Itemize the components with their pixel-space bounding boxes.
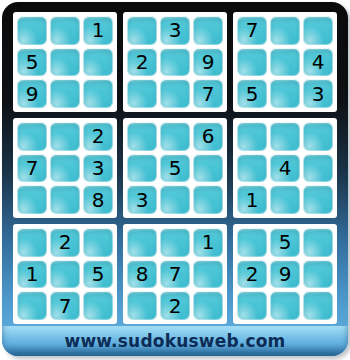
cell-r7c7[interactable] (237, 228, 267, 257)
cell-r2c9[interactable]: 4 (303, 48, 333, 77)
cell-r7c8[interactable]: 5 (270, 228, 300, 257)
cell-r5c7[interactable] (237, 154, 267, 183)
cell-r9c8[interactable] (270, 291, 300, 320)
cell-r6c1[interactable] (17, 185, 47, 214)
cell-r3c3[interactable] (83, 79, 113, 108)
cell-r4c8[interactable] (270, 122, 300, 151)
footer-bar: www.sudokusweb.com (2, 326, 348, 356)
cell-r3c2[interactable] (50, 79, 80, 108)
cell-r2c8[interactable] (270, 48, 300, 77)
cell-r4c4[interactable] (127, 122, 157, 151)
cell-r9c4[interactable] (127, 291, 157, 320)
cell-r9c9[interactable] (303, 291, 333, 320)
cell-r7c2[interactable]: 2 (50, 228, 80, 257)
cell-r2c1[interactable]: 5 (17, 48, 47, 77)
cell-r4c9[interactable] (303, 122, 333, 151)
cell-r8c9[interactable] (303, 260, 333, 289)
cell-r3c8[interactable] (270, 79, 300, 108)
cell-r8c8[interactable]: 9 (270, 260, 300, 289)
cell-r3c4[interactable] (127, 79, 157, 108)
cell-r1c6[interactable] (193, 16, 223, 45)
cell-r4c1[interactable] (17, 122, 47, 151)
cell-r4c3[interactable]: 2 (83, 122, 113, 151)
cell-r7c9[interactable] (303, 228, 333, 257)
sudoku-box-1-3: 7453 (233, 12, 337, 112)
cell-r2c7[interactable] (237, 48, 267, 77)
cell-r9c1[interactable] (17, 291, 47, 320)
cell-r7c1[interactable] (17, 228, 47, 257)
cell-r8c3[interactable]: 5 (83, 260, 113, 289)
cell-r9c7[interactable] (237, 291, 267, 320)
cell-r3c9[interactable]: 3 (303, 79, 333, 108)
cell-r3c5[interactable] (160, 79, 190, 108)
cell-r6c2[interactable] (50, 185, 80, 214)
cell-r5c1[interactable]: 7 (17, 154, 47, 183)
cell-r6c7[interactable]: 1 (237, 185, 267, 214)
cell-r6c6[interactable] (193, 185, 223, 214)
cell-r9c2[interactable]: 7 (50, 291, 80, 320)
sudoku-grid: 1593297745327386534121571872529 (13, 12, 337, 324)
sudoku-board-frame: 1593297745327386534121571872529 www.sudo… (2, 2, 348, 356)
cell-r7c4[interactable] (127, 228, 157, 257)
cell-r4c6[interactable]: 6 (193, 122, 223, 151)
cell-r3c1[interactable]: 9 (17, 79, 47, 108)
cell-r2c4[interactable]: 2 (127, 48, 157, 77)
cell-r1c3[interactable]: 1 (83, 16, 113, 45)
cell-r8c4[interactable]: 8 (127, 260, 157, 289)
cell-r9c6[interactable] (193, 291, 223, 320)
sudoku-box-1-2: 3297 (123, 12, 227, 112)
cell-r1c9[interactable] (303, 16, 333, 45)
cell-r4c2[interactable] (50, 122, 80, 151)
cell-r4c5[interactable] (160, 122, 190, 151)
cell-r7c3[interactable] (83, 228, 113, 257)
cell-r6c5[interactable] (160, 185, 190, 214)
cell-r5c6[interactable] (193, 154, 223, 183)
cell-r5c2[interactable] (50, 154, 80, 183)
sudoku-box-2-2: 653 (123, 118, 227, 218)
cell-r2c6[interactable]: 9 (193, 48, 223, 77)
cell-r2c5[interactable] (160, 48, 190, 77)
cell-r1c7[interactable]: 7 (237, 16, 267, 45)
cell-r9c5[interactable]: 2 (160, 291, 190, 320)
cell-r6c8[interactable] (270, 185, 300, 214)
cell-r6c3[interactable]: 8 (83, 185, 113, 214)
cell-r8c2[interactable] (50, 260, 80, 289)
cell-r7c6[interactable]: 1 (193, 228, 223, 257)
cell-r3c7[interactable]: 5 (237, 79, 267, 108)
cell-r1c4[interactable] (127, 16, 157, 45)
sudoku-box-3-2: 1872 (123, 224, 227, 324)
cell-r2c2[interactable] (50, 48, 80, 77)
cell-r5c9[interactable] (303, 154, 333, 183)
cell-r6c9[interactable] (303, 185, 333, 214)
cell-r5c5[interactable]: 5 (160, 154, 190, 183)
cell-r7c5[interactable] (160, 228, 190, 257)
cell-r9c3[interactable] (83, 291, 113, 320)
cell-r1c8[interactable] (270, 16, 300, 45)
cell-r1c1[interactable] (17, 16, 47, 45)
cell-r1c2[interactable] (50, 16, 80, 45)
sudoku-box-3-3: 529 (233, 224, 337, 324)
cell-r8c1[interactable]: 1 (17, 260, 47, 289)
sudoku-box-2-1: 2738 (13, 118, 117, 218)
cell-r1c5[interactable]: 3 (160, 16, 190, 45)
cell-r2c3[interactable] (83, 48, 113, 77)
cell-r8c7[interactable]: 2 (237, 260, 267, 289)
sudoku-box-1-1: 159 (13, 12, 117, 112)
cell-r3c6[interactable]: 7 (193, 79, 223, 108)
cell-r5c4[interactable] (127, 154, 157, 183)
cell-r8c5[interactable]: 7 (160, 260, 190, 289)
cell-r4c7[interactable] (237, 122, 267, 151)
cell-r5c8[interactable]: 4 (270, 154, 300, 183)
website-link[interactable]: www.sudokusweb.com (64, 331, 285, 351)
cell-r5c3[interactable]: 3 (83, 154, 113, 183)
cell-r6c4[interactable]: 3 (127, 185, 157, 214)
cell-r8c6[interactable] (193, 260, 223, 289)
sudoku-box-3-1: 2157 (13, 224, 117, 324)
sudoku-box-2-3: 41 (233, 118, 337, 218)
